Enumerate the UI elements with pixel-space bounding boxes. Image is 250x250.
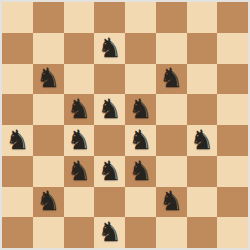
black-knight[interactable]: ♞ [190,126,214,153]
square-g6[interactable] [187,64,218,95]
square-c2[interactable] [64,187,95,218]
square-c8[interactable] [64,2,95,33]
square-e7[interactable] [125,33,156,64]
square-d5[interactable]: ♞ [94,94,125,125]
square-f3[interactable] [156,156,187,187]
black-knight[interactable]: ♞ [98,157,122,184]
square-d8[interactable] [94,2,125,33]
square-d2[interactable] [94,187,125,218]
square-a3[interactable] [2,156,33,187]
square-g7[interactable] [187,33,218,64]
square-g1[interactable] [187,217,218,248]
black-knight[interactable]: ♞ [36,187,60,214]
square-h6[interactable] [217,64,248,95]
square-f7[interactable] [156,33,187,64]
square-e5[interactable]: ♞ [125,94,156,125]
square-h7[interactable] [217,33,248,64]
black-knight[interactable]: ♞ [67,157,91,184]
square-g8[interactable] [187,2,218,33]
square-h3[interactable] [217,156,248,187]
square-f8[interactable] [156,2,187,33]
square-f4[interactable] [156,125,187,156]
square-b4[interactable] [33,125,64,156]
black-knight[interactable]: ♞ [98,34,122,61]
black-knight[interactable]: ♞ [159,64,183,91]
square-a2[interactable] [2,187,33,218]
black-knight[interactable]: ♞ [128,126,152,153]
square-b1[interactable] [33,217,64,248]
square-b5[interactable] [33,94,64,125]
square-c7[interactable] [64,33,95,64]
square-d6[interactable] [94,64,125,95]
square-e6[interactable] [125,64,156,95]
chess-board-frame: ♞♞♞♞♞♞♞♞♞♞♞♞♞♞♞♞ [0,0,250,250]
square-h2[interactable] [217,187,248,218]
page: ♞♞♞♞♞♞♞♞♞♞♞♞♞♞♞♞ [0,0,250,250]
square-h5[interactable] [217,94,248,125]
square-e3[interactable]: ♞ [125,156,156,187]
square-b6[interactable]: ♞ [33,64,64,95]
square-d4[interactable] [94,125,125,156]
square-a1[interactable] [2,217,33,248]
square-c5[interactable]: ♞ [64,94,95,125]
square-e1[interactable] [125,217,156,248]
square-g5[interactable] [187,94,218,125]
black-knight[interactable]: ♞ [98,218,122,245]
square-d3[interactable]: ♞ [94,156,125,187]
square-b3[interactable] [33,156,64,187]
square-g2[interactable] [187,187,218,218]
square-d1[interactable]: ♞ [94,217,125,248]
square-e8[interactable] [125,2,156,33]
black-knight[interactable]: ♞ [128,95,152,122]
black-knight[interactable]: ♞ [67,95,91,122]
square-f6[interactable]: ♞ [156,64,187,95]
square-a6[interactable] [2,64,33,95]
square-f2[interactable]: ♞ [156,187,187,218]
square-h1[interactable] [217,217,248,248]
square-a7[interactable] [2,33,33,64]
chess-board: ♞♞♞♞♞♞♞♞♞♞♞♞♞♞♞♞ [2,2,248,248]
square-a5[interactable] [2,94,33,125]
square-e4[interactable]: ♞ [125,125,156,156]
square-c1[interactable] [64,217,95,248]
square-h4[interactable] [217,125,248,156]
black-knight[interactable]: ♞ [36,64,60,91]
square-b2[interactable]: ♞ [33,187,64,218]
square-c6[interactable] [64,64,95,95]
square-h8[interactable] [217,2,248,33]
square-f1[interactable] [156,217,187,248]
square-c4[interactable]: ♞ [64,125,95,156]
black-knight[interactable]: ♞ [98,95,122,122]
square-e2[interactable] [125,187,156,218]
square-a8[interactable] [2,2,33,33]
black-knight[interactable]: ♞ [128,157,152,184]
square-b8[interactable] [33,2,64,33]
black-knight[interactable]: ♞ [67,126,91,153]
black-knight[interactable]: ♞ [5,126,29,153]
square-d7[interactable]: ♞ [94,33,125,64]
black-knight[interactable]: ♞ [159,187,183,214]
square-a4[interactable]: ♞ [2,125,33,156]
square-b7[interactable] [33,33,64,64]
square-g4[interactable]: ♞ [187,125,218,156]
square-c3[interactable]: ♞ [64,156,95,187]
square-f5[interactable] [156,94,187,125]
square-g3[interactable] [187,156,218,187]
